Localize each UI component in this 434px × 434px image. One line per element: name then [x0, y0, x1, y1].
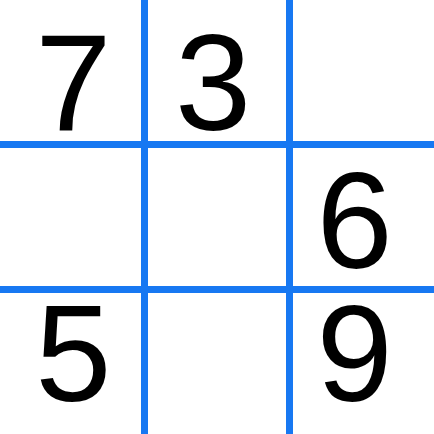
cell-value: 3 [175, 14, 251, 151]
cell-r0c1[interactable]: 3 [145, 0, 290, 145]
cell-value: 6 [317, 152, 393, 289]
cell-r1c0[interactable] [0, 145, 145, 290]
cell-r0c2[interactable] [289, 0, 434, 145]
sudoku-grid: 7 3 6 5 9 [0, 0, 434, 434]
grid-line-horizontal-1 [0, 141, 434, 148]
cell-r2c0[interactable]: 5 [0, 289, 145, 434]
grid-line-vertical-1 [141, 0, 148, 434]
grid-line-vertical-2 [286, 0, 293, 434]
cell-r2c1[interactable] [145, 289, 290, 434]
cell-value: 5 [35, 285, 111, 422]
grid-line-horizontal-2 [0, 286, 434, 293]
cell-r1c2[interactable]: 6 [289, 145, 434, 290]
cell-value: 9 [317, 285, 393, 422]
cell-r0c0[interactable]: 7 [0, 0, 145, 145]
sudoku-board: 7 3 6 5 9 [0, 0, 434, 434]
cell-r1c1[interactable] [145, 145, 290, 290]
cell-r2c2[interactable]: 9 [289, 289, 434, 434]
cell-value: 7 [35, 14, 111, 151]
